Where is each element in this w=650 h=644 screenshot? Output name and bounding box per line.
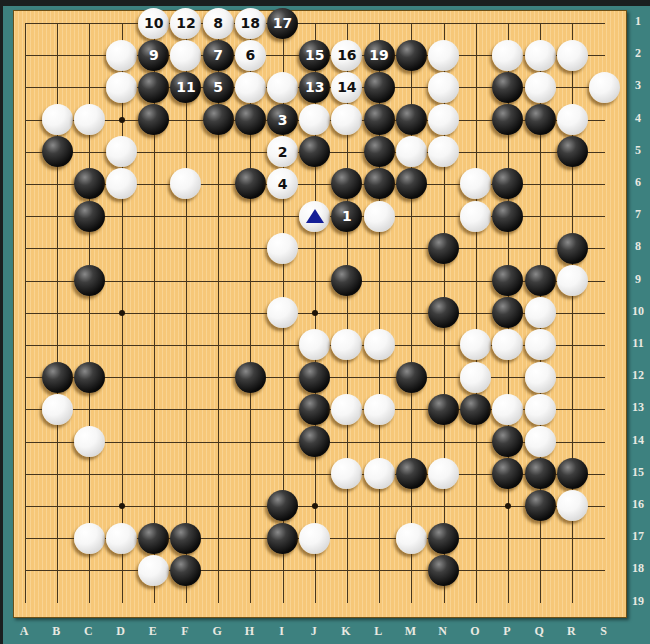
row-label-2: 2 bbox=[627, 46, 649, 61]
black-stone-C12 bbox=[74, 362, 105, 393]
col-label-G: G bbox=[206, 624, 228, 639]
black-stone-I4: 3 bbox=[267, 104, 298, 135]
white-stone-M17 bbox=[396, 523, 427, 554]
black-stone-K9 bbox=[331, 265, 362, 296]
black-stone-P15 bbox=[492, 458, 523, 489]
black-stone-J12 bbox=[299, 362, 330, 393]
white-stone-N4 bbox=[428, 104, 459, 135]
white-stone-D2 bbox=[106, 40, 137, 71]
move-number: 19 bbox=[369, 48, 388, 62]
white-stone-E18 bbox=[138, 555, 169, 586]
col-label-C: C bbox=[77, 624, 99, 639]
black-stone-F18 bbox=[170, 555, 201, 586]
black-stone-K7: 1 bbox=[331, 201, 362, 232]
white-stone-R9 bbox=[557, 265, 588, 296]
white-stone-I8 bbox=[267, 233, 298, 264]
triangle-marker-icon bbox=[306, 209, 324, 223]
black-stone-Q15 bbox=[525, 458, 556, 489]
white-stone-L11 bbox=[364, 329, 395, 360]
black-stone-N18 bbox=[428, 555, 459, 586]
move-number: 2 bbox=[278, 145, 288, 159]
white-stone-K2: 16 bbox=[331, 40, 362, 71]
black-stone-H12 bbox=[235, 362, 266, 393]
row-label-1: 1 bbox=[627, 14, 649, 29]
row-label-7: 7 bbox=[627, 207, 649, 222]
white-stone-R4 bbox=[557, 104, 588, 135]
move-number: 16 bbox=[337, 48, 356, 62]
col-label-E: E bbox=[142, 624, 164, 639]
black-stone-E4 bbox=[138, 104, 169, 135]
black-stone-R8 bbox=[557, 233, 588, 264]
white-stone-O11 bbox=[460, 329, 491, 360]
white-stone-D3 bbox=[106, 72, 137, 103]
white-stone-Q14 bbox=[525, 426, 556, 457]
col-label-R: R bbox=[560, 624, 582, 639]
white-stone-I5: 2 bbox=[267, 136, 298, 167]
row-label-19: 19 bbox=[627, 594, 649, 609]
move-number: 12 bbox=[176, 16, 195, 30]
black-stone-P4 bbox=[492, 104, 523, 135]
white-stone-K3: 14 bbox=[331, 72, 362, 103]
black-stone-M6 bbox=[396, 168, 427, 199]
move-number: 3 bbox=[278, 113, 288, 127]
row-label-5: 5 bbox=[627, 143, 649, 158]
white-stone-O12 bbox=[460, 362, 491, 393]
move-number: 7 bbox=[213, 48, 223, 62]
black-stone-N10 bbox=[428, 297, 459, 328]
move-number: 6 bbox=[245, 48, 255, 62]
white-stone-N5 bbox=[428, 136, 459, 167]
white-stone-K15 bbox=[331, 458, 362, 489]
row-label-9: 9 bbox=[627, 272, 649, 287]
row-label-11: 11 bbox=[627, 336, 649, 351]
black-stone-P6 bbox=[492, 168, 523, 199]
black-stone-N8 bbox=[428, 233, 459, 264]
white-stone-H3 bbox=[235, 72, 266, 103]
white-stone-M5 bbox=[396, 136, 427, 167]
stones-layer: 10128181797615161911513143241 bbox=[9, 7, 621, 619]
row-label-18: 18 bbox=[627, 561, 649, 576]
white-stone-D6 bbox=[106, 168, 137, 199]
black-stone-B12 bbox=[42, 362, 73, 393]
black-stone-J14 bbox=[299, 426, 330, 457]
col-label-P: P bbox=[496, 624, 518, 639]
white-stone-J4 bbox=[299, 104, 330, 135]
move-number: 18 bbox=[241, 16, 260, 30]
black-stone-M15 bbox=[396, 458, 427, 489]
black-stone-M4 bbox=[396, 104, 427, 135]
white-stone-S3 bbox=[589, 72, 620, 103]
black-stone-E17 bbox=[138, 523, 169, 554]
black-stone-H6 bbox=[235, 168, 266, 199]
row-label-16: 16 bbox=[627, 497, 649, 512]
col-label-M: M bbox=[399, 624, 421, 639]
black-stone-L5 bbox=[364, 136, 395, 167]
black-stone-B5 bbox=[42, 136, 73, 167]
black-stone-E2: 9 bbox=[138, 40, 169, 71]
white-stone-J7 bbox=[299, 201, 330, 232]
move-number: 4 bbox=[278, 177, 288, 191]
white-stone-N15 bbox=[428, 458, 459, 489]
white-stone-R16 bbox=[557, 490, 588, 521]
white-stone-H1: 18 bbox=[235, 8, 266, 39]
white-stone-O6 bbox=[460, 168, 491, 199]
white-stone-P2 bbox=[492, 40, 523, 71]
move-number: 9 bbox=[149, 48, 159, 62]
white-stone-C17 bbox=[74, 523, 105, 554]
col-label-Q: Q bbox=[528, 624, 550, 639]
black-stone-R15 bbox=[557, 458, 588, 489]
black-stone-L6 bbox=[364, 168, 395, 199]
move-number: 17 bbox=[273, 16, 292, 30]
white-stone-K13 bbox=[331, 394, 362, 425]
move-number: 5 bbox=[213, 80, 223, 94]
black-stone-J3: 13 bbox=[299, 72, 330, 103]
white-stone-P13 bbox=[492, 394, 523, 425]
white-stone-R2 bbox=[557, 40, 588, 71]
white-stone-B4 bbox=[42, 104, 73, 135]
black-stone-N13 bbox=[428, 394, 459, 425]
go-app-window: 10128181797615161911513143241 ABCDEFGHIJ… bbox=[0, 0, 650, 644]
black-stone-G3: 5 bbox=[203, 72, 234, 103]
move-number: 8 bbox=[213, 16, 223, 30]
col-label-F: F bbox=[174, 624, 196, 639]
move-number: 14 bbox=[337, 80, 356, 94]
black-stone-J13 bbox=[299, 394, 330, 425]
row-label-14: 14 bbox=[627, 433, 649, 448]
black-stone-N17 bbox=[428, 523, 459, 554]
white-stone-J17 bbox=[299, 523, 330, 554]
black-stone-I1: 17 bbox=[267, 8, 298, 39]
black-stone-Q16 bbox=[525, 490, 556, 521]
black-stone-M2 bbox=[396, 40, 427, 71]
move-number: 10 bbox=[144, 16, 163, 30]
black-stone-G4 bbox=[203, 104, 234, 135]
col-label-D: D bbox=[110, 624, 132, 639]
white-stone-H2: 6 bbox=[235, 40, 266, 71]
white-stone-F6 bbox=[170, 168, 201, 199]
black-stone-L4 bbox=[364, 104, 395, 135]
black-stone-P9 bbox=[492, 265, 523, 296]
white-stone-C14 bbox=[74, 426, 105, 457]
black-stone-P14 bbox=[492, 426, 523, 457]
col-label-B: B bbox=[45, 624, 67, 639]
black-stone-L3 bbox=[364, 72, 395, 103]
white-stone-L7 bbox=[364, 201, 395, 232]
row-label-10: 10 bbox=[627, 304, 649, 319]
black-stone-G2: 7 bbox=[203, 40, 234, 71]
move-number: 15 bbox=[305, 48, 324, 62]
move-number: 11 bbox=[176, 80, 195, 94]
black-stone-C9 bbox=[74, 265, 105, 296]
black-stone-Q4 bbox=[525, 104, 556, 135]
black-stone-Q9 bbox=[525, 265, 556, 296]
col-label-N: N bbox=[432, 624, 454, 639]
col-label-J: J bbox=[303, 624, 325, 639]
black-stone-J2: 15 bbox=[299, 40, 330, 71]
row-label-8: 8 bbox=[627, 239, 649, 254]
col-label-A: A bbox=[13, 624, 35, 639]
black-stone-R5 bbox=[557, 136, 588, 167]
row-label-3: 3 bbox=[627, 78, 649, 93]
white-stone-K4 bbox=[331, 104, 362, 135]
white-stone-Q11 bbox=[525, 329, 556, 360]
black-stone-F3: 11 bbox=[170, 72, 201, 103]
white-stone-D17 bbox=[106, 523, 137, 554]
white-stone-O7 bbox=[460, 201, 491, 232]
white-stone-J11 bbox=[299, 329, 330, 360]
white-stone-F2 bbox=[170, 40, 201, 71]
black-stone-F17 bbox=[170, 523, 201, 554]
row-label-17: 17 bbox=[627, 529, 649, 544]
col-label-K: K bbox=[335, 624, 357, 639]
col-label-L: L bbox=[367, 624, 389, 639]
white-stone-Q2 bbox=[525, 40, 556, 71]
go-board: 10128181797615161911513143241 bbox=[13, 10, 627, 618]
black-stone-I17 bbox=[267, 523, 298, 554]
black-stone-J5 bbox=[299, 136, 330, 167]
col-label-O: O bbox=[464, 624, 486, 639]
white-stone-P11 bbox=[492, 329, 523, 360]
black-stone-K6 bbox=[331, 168, 362, 199]
white-stone-N2 bbox=[428, 40, 459, 71]
black-stone-M12 bbox=[396, 362, 427, 393]
black-stone-E3 bbox=[138, 72, 169, 103]
white-stone-B13 bbox=[42, 394, 73, 425]
move-number: 13 bbox=[305, 80, 324, 94]
row-label-6: 6 bbox=[627, 175, 649, 190]
black-stone-L2: 19 bbox=[364, 40, 395, 71]
row-label-12: 12 bbox=[627, 368, 649, 383]
white-stone-Q12 bbox=[525, 362, 556, 393]
row-label-4: 4 bbox=[627, 111, 649, 126]
white-stone-D5 bbox=[106, 136, 137, 167]
black-stone-I16 bbox=[267, 490, 298, 521]
white-stone-L15 bbox=[364, 458, 395, 489]
white-stone-C4 bbox=[74, 104, 105, 135]
white-stone-G1: 8 bbox=[203, 8, 234, 39]
row-label-13: 13 bbox=[627, 400, 649, 415]
col-label-I: I bbox=[271, 624, 293, 639]
white-stone-K11 bbox=[331, 329, 362, 360]
black-stone-P10 bbox=[492, 297, 523, 328]
white-stone-Q10 bbox=[525, 297, 556, 328]
white-stone-Q3 bbox=[525, 72, 556, 103]
col-label-H: H bbox=[238, 624, 260, 639]
black-stone-H4 bbox=[235, 104, 266, 135]
white-stone-I6: 4 bbox=[267, 168, 298, 199]
white-stone-E1: 10 bbox=[138, 8, 169, 39]
row-label-15: 15 bbox=[627, 465, 649, 480]
black-stone-C6 bbox=[74, 168, 105, 199]
white-stone-I10 bbox=[267, 297, 298, 328]
black-stone-P7 bbox=[492, 201, 523, 232]
col-label-S: S bbox=[593, 624, 615, 639]
white-stone-F1: 12 bbox=[170, 8, 201, 39]
white-stone-I3 bbox=[267, 72, 298, 103]
black-stone-C7 bbox=[74, 201, 105, 232]
white-stone-N3 bbox=[428, 72, 459, 103]
black-stone-P3 bbox=[492, 72, 523, 103]
black-stone-O13 bbox=[460, 394, 491, 425]
white-stone-Q13 bbox=[525, 394, 556, 425]
move-number: 1 bbox=[342, 209, 352, 223]
white-stone-L13 bbox=[364, 394, 395, 425]
